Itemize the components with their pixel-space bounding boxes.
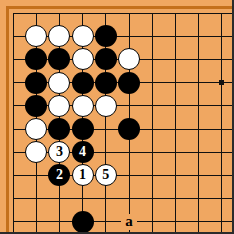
grid-line-vertical: [221, 13, 222, 234]
grid-line-vertical: [198, 13, 199, 234]
white-stone: [25, 25, 47, 47]
grid-line-horizontal: [13, 13, 234, 14]
move-4-black-stone: 4: [72, 141, 94, 163]
grid-line-vertical: [152, 13, 153, 234]
black-stone: [118, 72, 140, 94]
black-stone: [72, 72, 94, 94]
black-stone: [72, 118, 94, 140]
black-stone: [48, 48, 70, 70]
white-stone: [95, 95, 117, 117]
black-stone: [48, 118, 70, 140]
star-point: [219, 80, 224, 85]
black-stone: [72, 211, 94, 233]
move-2-black-stone: 2: [48, 164, 70, 186]
move-5-white-stone: 5: [95, 164, 117, 186]
grid-line-horizontal: [13, 198, 234, 199]
black-stone: [25, 48, 47, 70]
black-stone: [95, 25, 117, 47]
move-3-white-stone: 3: [48, 141, 70, 163]
black-stone: [25, 95, 47, 117]
white-stone: [48, 72, 70, 94]
grid-line-vertical: [13, 13, 14, 234]
move-1-white-stone: 1: [72, 164, 94, 186]
white-stone: [48, 95, 70, 117]
board-frame-top: [6, 6, 234, 9]
board-frame-left: [6, 6, 9, 234]
go-board: 34215 a: [0, 0, 234, 234]
white-stone: [118, 48, 140, 70]
black-stone: [118, 118, 140, 140]
white-stone: [72, 25, 94, 47]
point-label-a: a: [121, 214, 137, 230]
white-stone: [48, 25, 70, 47]
white-stone: [72, 48, 94, 70]
diagram-cut-edge-right: [232, 0, 234, 234]
black-stone: [95, 72, 117, 94]
white-stone: [25, 141, 47, 163]
grid-line-horizontal: [13, 175, 234, 176]
black-stone: [95, 48, 117, 70]
grid-line-vertical: [175, 13, 176, 234]
white-stone: [25, 118, 47, 140]
diagram-cut-edge-bottom: [0, 232, 234, 234]
black-stone: [25, 72, 47, 94]
white-stone: [72, 95, 94, 117]
